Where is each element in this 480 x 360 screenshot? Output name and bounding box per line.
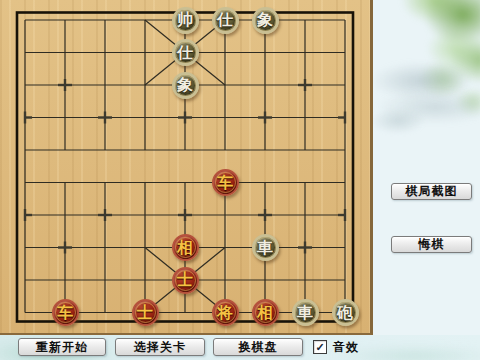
- undo-button[interactable]: 悔棋: [391, 236, 472, 253]
- olive-elephant[interactable]: 象: [252, 7, 279, 34]
- olive-chariot[interactable]: 車: [252, 234, 279, 261]
- red-chariot[interactable]: 车: [52, 299, 79, 326]
- restart-button[interactable]: 重新开始: [18, 338, 106, 356]
- pieces-layer: 帅仕象仕象车相車士车士将相車砲: [5, 4, 365, 329]
- red-chariot[interactable]: 车: [212, 169, 239, 196]
- red-general[interactable]: 将: [212, 299, 239, 326]
- select-level-button[interactable]: 选择关卡: [115, 338, 205, 356]
- olive-advisor[interactable]: 仕: [172, 39, 199, 66]
- sound-label: 音效: [333, 339, 359, 356]
- red-advisor[interactable]: 士: [132, 299, 159, 326]
- screenshot-button[interactable]: 棋局截图: [391, 183, 472, 200]
- app-window: 帅仕象仕象车相車士车士将相車砲 棋局截图 悔棋 重新开始 选择关卡 换棋盘 ✓ …: [0, 0, 480, 360]
- olive-cannon[interactable]: 砲: [332, 299, 359, 326]
- sound-option: ✓ 音效: [313, 339, 359, 355]
- olive-chariot[interactable]: 車: [292, 299, 319, 326]
- red-advisor[interactable]: 士: [172, 267, 199, 294]
- change-board-button[interactable]: 换棋盘: [213, 338, 303, 356]
- background-wash: [371, 108, 425, 134]
- olive-elephant[interactable]: 象: [172, 72, 199, 99]
- olive-general[interactable]: 帅: [172, 7, 199, 34]
- sound-checkbox[interactable]: ✓: [313, 340, 327, 354]
- red-elephant[interactable]: 相: [252, 299, 279, 326]
- xiangqi-board[interactable]: 帅仕象仕象车相車士车士将相車砲: [0, 0, 373, 335]
- checkmark-icon: ✓: [315, 342, 324, 353]
- red-elephant[interactable]: 相: [172, 234, 199, 261]
- olive-advisor[interactable]: 仕: [212, 7, 239, 34]
